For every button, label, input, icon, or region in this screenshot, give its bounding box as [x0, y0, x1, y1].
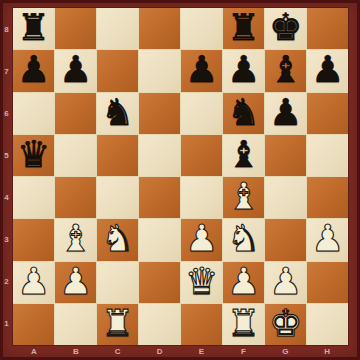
- rank-label-6: 6: [0, 92, 13, 134]
- file-label-c: C: [97, 345, 139, 358]
- piece-white-knight[interactable]: ♞: [101, 220, 134, 257]
- square-h7[interactable]: ♟: [307, 50, 348, 91]
- square-d2[interactable]: [139, 262, 180, 303]
- piece-black-queen[interactable]: ♛: [17, 136, 50, 173]
- file-label-a: A: [13, 345, 55, 358]
- file-label-b: B: [55, 345, 97, 358]
- square-c5[interactable]: [97, 135, 138, 176]
- square-c8[interactable]: [97, 8, 138, 49]
- square-e1[interactable]: [181, 304, 222, 345]
- chess-board: ♜♜♚♟♟♟♟♝♟♞♞♟♛♝♝♝♞♟♞♟♟♟♛♟♟♜♜♚: [13, 8, 348, 345]
- piece-black-bishop[interactable]: ♝: [227, 136, 260, 173]
- square-g5[interactable]: [265, 135, 306, 176]
- square-d5[interactable]: [139, 135, 180, 176]
- square-h6[interactable]: [307, 93, 348, 134]
- square-c4[interactable]: [97, 177, 138, 218]
- piece-white-king[interactable]: ♚: [269, 305, 302, 342]
- square-h3[interactable]: ♟: [307, 219, 348, 260]
- piece-white-bishop[interactable]: ♝: [227, 178, 260, 215]
- square-g3[interactable]: [265, 219, 306, 260]
- file-label-e: E: [181, 345, 223, 358]
- rank-label-3: 3: [0, 219, 13, 261]
- piece-black-knight[interactable]: ♞: [227, 94, 260, 131]
- square-a3[interactable]: [13, 219, 54, 260]
- square-a2[interactable]: ♟: [13, 262, 54, 303]
- square-e5[interactable]: [181, 135, 222, 176]
- square-g7[interactable]: ♝: [265, 50, 306, 91]
- piece-black-pawn[interactable]: ♟: [17, 51, 50, 88]
- square-b8[interactable]: [55, 8, 96, 49]
- square-g6[interactable]: ♟: [265, 93, 306, 134]
- square-e3[interactable]: ♟: [181, 219, 222, 260]
- piece-black-pawn[interactable]: ♟: [227, 51, 260, 88]
- square-f4[interactable]: ♝: [223, 177, 264, 218]
- square-a1[interactable]: [13, 304, 54, 345]
- square-f5[interactable]: ♝: [223, 135, 264, 176]
- piece-black-pawn[interactable]: ♟: [59, 51, 92, 88]
- square-a4[interactable]: [13, 177, 54, 218]
- piece-white-pawn[interactable]: ♟: [185, 220, 218, 257]
- square-b7[interactable]: ♟: [55, 50, 96, 91]
- square-f2[interactable]: ♟: [223, 262, 264, 303]
- square-c7[interactable]: [97, 50, 138, 91]
- square-g1[interactable]: ♚: [265, 304, 306, 345]
- square-f1[interactable]: ♜: [223, 304, 264, 345]
- rank-label-7: 7: [0, 50, 13, 92]
- piece-white-pawn[interactable]: ♟: [17, 263, 50, 300]
- square-d8[interactable]: [139, 8, 180, 49]
- piece-white-pawn[interactable]: ♟: [59, 263, 92, 300]
- rank-label-8: 8: [0, 8, 13, 50]
- piece-black-rook[interactable]: ♜: [17, 9, 50, 46]
- square-b4[interactable]: [55, 177, 96, 218]
- square-b5[interactable]: [55, 135, 96, 176]
- chess-board-frame: ♜♜♚♟♟♟♟♝♟♞♞♟♛♝♝♝♞♟♞♟♟♟♛♟♟♜♜♚ 87654321 AB…: [0, 0, 360, 360]
- square-b2[interactable]: ♟: [55, 262, 96, 303]
- piece-white-bishop[interactable]: ♝: [59, 220, 92, 257]
- square-b1[interactable]: [55, 304, 96, 345]
- square-c3[interactable]: ♞: [97, 219, 138, 260]
- rank-label-4: 4: [0, 177, 13, 219]
- square-c6[interactable]: ♞: [97, 93, 138, 134]
- square-d4[interactable]: [139, 177, 180, 218]
- rank-label-1: 1: [0, 303, 13, 345]
- square-f8[interactable]: ♜: [223, 8, 264, 49]
- square-e8[interactable]: [181, 8, 222, 49]
- piece-white-pawn[interactable]: ♟: [311, 220, 344, 257]
- square-d3[interactable]: [139, 219, 180, 260]
- square-a6[interactable]: [13, 93, 54, 134]
- square-h1[interactable]: [307, 304, 348, 345]
- file-label-h: H: [306, 345, 348, 358]
- square-e2[interactable]: ♛: [181, 262, 222, 303]
- square-h4[interactable]: [307, 177, 348, 218]
- square-d7[interactable]: [139, 50, 180, 91]
- square-e4[interactable]: [181, 177, 222, 218]
- square-a7[interactable]: ♟: [13, 50, 54, 91]
- square-c1[interactable]: ♜: [97, 304, 138, 345]
- square-g2[interactable]: ♟: [265, 262, 306, 303]
- square-e6[interactable]: [181, 93, 222, 134]
- square-g4[interactable]: [265, 177, 306, 218]
- piece-white-queen[interactable]: ♛: [185, 263, 218, 300]
- square-f7[interactable]: ♟: [223, 50, 264, 91]
- square-f3[interactable]: ♞: [223, 219, 264, 260]
- square-h8[interactable]: [307, 8, 348, 49]
- piece-black-pawn[interactable]: ♟: [185, 51, 218, 88]
- square-b6[interactable]: [55, 93, 96, 134]
- square-d1[interactable]: [139, 304, 180, 345]
- square-h2[interactable]: [307, 262, 348, 303]
- piece-black-king[interactable]: ♚: [269, 9, 302, 46]
- square-b3[interactable]: ♝: [55, 219, 96, 260]
- file-label-f: F: [222, 345, 264, 358]
- piece-black-knight[interactable]: ♞: [101, 94, 134, 131]
- square-g8[interactable]: ♚: [265, 8, 306, 49]
- square-a5[interactable]: ♛: [13, 135, 54, 176]
- piece-white-rook[interactable]: ♜: [101, 305, 134, 342]
- rank-label-5: 5: [0, 134, 13, 176]
- square-f6[interactable]: ♞: [223, 93, 264, 134]
- file-label-d: D: [139, 345, 181, 358]
- square-c2[interactable]: [97, 262, 138, 303]
- piece-white-pawn[interactable]: ♟: [227, 263, 260, 300]
- piece-white-rook[interactable]: ♜: [227, 305, 260, 342]
- piece-black-pawn[interactable]: ♟: [311, 51, 344, 88]
- square-h5[interactable]: [307, 135, 348, 176]
- piece-white-knight[interactable]: ♞: [227, 220, 260, 257]
- piece-black-bishop[interactable]: ♝: [269, 51, 302, 88]
- chess-app: ♜♜♚♟♟♟♟♝♟♞♞♟♛♝♝♝♞♟♞♟♟♟♛♟♟♜♜♚ 87654321 AB…: [0, 0, 360, 360]
- square-d6[interactable]: [139, 93, 180, 134]
- piece-black-pawn[interactable]: ♟: [269, 94, 302, 131]
- rank-label-2: 2: [0, 261, 13, 303]
- square-e7[interactable]: ♟: [181, 50, 222, 91]
- piece-white-pawn[interactable]: ♟: [269, 263, 302, 300]
- square-a8[interactable]: ♜: [13, 8, 54, 49]
- file-label-g: G: [264, 345, 306, 358]
- piece-black-rook[interactable]: ♜: [227, 9, 260, 46]
